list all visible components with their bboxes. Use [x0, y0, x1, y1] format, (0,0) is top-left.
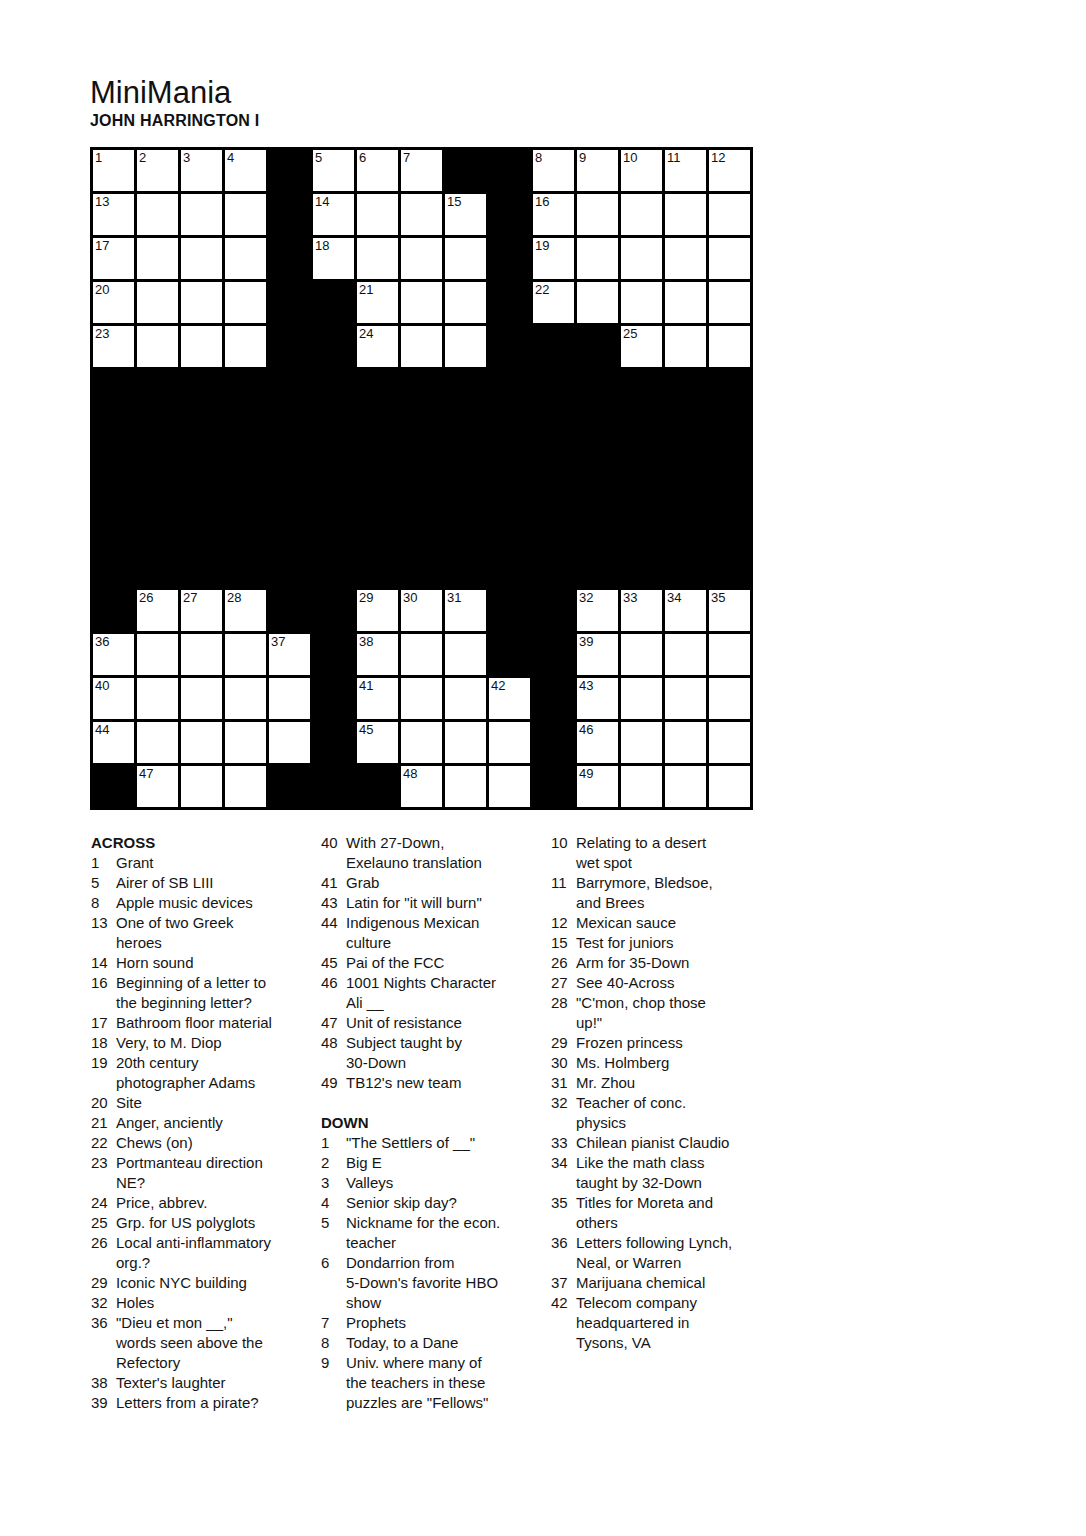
clue-number: 12 [551, 913, 568, 933]
grid-cell-black [93, 546, 134, 587]
clue-text: Arm for 35-Down [576, 954, 689, 971]
grid-cell[interactable]: 30 [401, 590, 442, 631]
grid-cell[interactable] [621, 634, 662, 675]
cell-number: 27 [183, 590, 197, 605]
clue-text: Teacher of conc. physics [576, 1094, 686, 1131]
clue-down-28: 28"C'mon, chop those up!" [551, 993, 763, 1033]
cell-number: 1 [95, 150, 102, 165]
grid-cell-black [489, 634, 530, 675]
grid-cell[interactable] [401, 678, 442, 719]
clue-text: Indigenous Mexican culture [346, 914, 479, 951]
clue-number: 26 [91, 1233, 108, 1253]
clue-number: 20 [91, 1093, 108, 1113]
clue-text: One of two Greek heroes [116, 914, 234, 951]
clue-down-5: 5Nickname for the econ. teacher [321, 1213, 519, 1253]
clue-down-32: 32Teacher of conc. physics [551, 1093, 763, 1133]
grid-cell[interactable]: 18 [313, 238, 354, 279]
grid-cell-black [269, 502, 310, 543]
grid-cell[interactable] [445, 326, 486, 367]
cell-number: 47 [139, 766, 153, 781]
grid-cell-black [445, 414, 486, 455]
grid-cell-black [709, 370, 750, 411]
grid-cell-black [357, 458, 398, 499]
grid-cell-black [269, 414, 310, 455]
grid-cell[interactable] [621, 678, 662, 719]
grid-cell[interactable] [621, 238, 662, 279]
clue-down-4: 4Senior skip day? [321, 1193, 519, 1213]
grid-cell-black [401, 458, 442, 499]
grid-cell[interactable] [665, 194, 706, 235]
clue-number: 1 [91, 853, 99, 873]
cell-number: 22 [535, 282, 549, 297]
grid-cell[interactable]: 22 [533, 282, 574, 323]
grid-cell-black [357, 414, 398, 455]
grid-cell[interactable]: 8 [533, 150, 574, 191]
grid-cell[interactable]: 23 [93, 326, 134, 367]
clue-across-39: 39Letters from a pirate? [91, 1393, 309, 1413]
clue-down-35: 35Titles for Moreta and others [551, 1193, 763, 1233]
grid-cell-black [357, 502, 398, 543]
grid-cell-black [577, 370, 618, 411]
clue-text: Airer of SB LIII [116, 874, 214, 891]
grid-cell[interactable] [181, 326, 222, 367]
grid-cell-black [665, 458, 706, 499]
grid-cell[interactable]: 24 [357, 326, 398, 367]
grid-cell-black [269, 590, 310, 631]
grid-cell-black [489, 238, 530, 279]
clue-across-17: 17Bathroom floor material [91, 1013, 309, 1033]
clue-number: 3 [321, 1173, 329, 1193]
grid-cell-black [665, 502, 706, 543]
grid-cell-black [137, 502, 178, 543]
across-clue-list-continued: 40With 27-Down, Exelauno translation41Gr… [321, 833, 519, 1093]
grid-cell-black [489, 150, 530, 191]
grid-cell-black [533, 546, 574, 587]
clue-number: 21 [91, 1113, 108, 1133]
grid-cell-black [445, 502, 486, 543]
clue-number: 24 [91, 1193, 108, 1213]
grid-cell[interactable]: 16 [533, 194, 574, 235]
grid-cell[interactable] [401, 194, 442, 235]
grid-cell[interactable] [665, 326, 706, 367]
clue-down-34: 34Like the math class taught by 32-Down [551, 1153, 763, 1193]
grid-cell[interactable] [577, 282, 618, 323]
cell-number: 41 [359, 678, 373, 693]
grid-cell[interactable] [181, 678, 222, 719]
grid-cell[interactable] [401, 238, 442, 279]
cell-number: 32 [579, 590, 593, 605]
clue-down-36: 36Letters following Lynch, Neal, or Warr… [551, 1233, 763, 1273]
grid-cell[interactable]: 46 [577, 722, 618, 763]
clue-number: 32 [91, 1293, 108, 1313]
clue-across-47: 47Unit of resistance [321, 1013, 519, 1033]
clue-number: 29 [551, 1033, 568, 1053]
grid-cell-black [709, 502, 750, 543]
grid-cell[interactable] [225, 282, 266, 323]
grid-cell[interactable]: 35 [709, 590, 750, 631]
cell-number: 7 [403, 150, 410, 165]
grid-cell[interactable]: 14 [313, 194, 354, 235]
grid-cell[interactable]: 28 [225, 590, 266, 631]
grid-cell[interactable] [665, 634, 706, 675]
clue-text: Site [116, 1094, 142, 1111]
grid-cell[interactable] [401, 326, 442, 367]
grid-cell-black [313, 282, 354, 323]
clue-across-48: 48Subject taught by 30-Down [321, 1033, 519, 1073]
grid-cell[interactable] [269, 722, 310, 763]
cell-number: 31 [447, 590, 461, 605]
grid-cell[interactable] [137, 634, 178, 675]
grid-cell[interactable] [181, 766, 222, 807]
grid-cell-black [313, 414, 354, 455]
clue-number: 37 [551, 1273, 568, 1293]
clue-across-18: 18Very, to M. Diop [91, 1033, 309, 1053]
grid-cell[interactable] [445, 722, 486, 763]
grid-cell[interactable] [137, 722, 178, 763]
grid-cell-black [709, 546, 750, 587]
grid-cell[interactable] [709, 282, 750, 323]
clue-text: Univ. where many of the teachers in thes… [346, 1354, 488, 1411]
grid-cell-black [489, 590, 530, 631]
clue-text: TB12's new team [346, 1074, 461, 1091]
clue-number: 44 [321, 913, 338, 933]
clue-across-29: 29Iconic NYC building [91, 1273, 309, 1293]
grid-cell[interactable] [621, 282, 662, 323]
cell-number: 9 [579, 150, 586, 165]
grid-cell[interactable] [137, 326, 178, 367]
grid-cell[interactable] [269, 678, 310, 719]
cell-number: 2 [139, 150, 146, 165]
grid-cell-black [93, 766, 134, 807]
clue-text: Subject taught by 30-Down [346, 1034, 462, 1071]
clue-text: Bathroom floor material [116, 1014, 272, 1031]
cell-number: 33 [623, 590, 637, 605]
grid-cell-black [269, 546, 310, 587]
grid-cell[interactable]: 33 [621, 590, 662, 631]
grid-cell[interactable] [489, 722, 530, 763]
clue-text: Big E [346, 1154, 382, 1171]
clue-down-31: 31Mr. Zhou [551, 1073, 763, 1093]
clue-text: Very, to M. Diop [116, 1034, 222, 1051]
cell-number: 34 [667, 590, 681, 605]
clue-number: 31 [551, 1073, 568, 1093]
grid-cell[interactable] [225, 634, 266, 675]
clue-across-25: 25Grp. for US polyglots [91, 1213, 309, 1233]
clue-column-3: 10Relating to a desert wet spot11Barrymo… [551, 833, 763, 1353]
grid-cell[interactable]: 34 [665, 590, 706, 631]
grid-cell-black [533, 590, 574, 631]
grid-cell[interactable] [709, 678, 750, 719]
grid-cell[interactable]: 7 [401, 150, 442, 191]
grid-cell-black [357, 546, 398, 587]
cell-number: 37 [271, 634, 285, 649]
grid-cell-black [357, 766, 398, 807]
grid-cell[interactable] [709, 194, 750, 235]
clue-down-30: 30Ms. Holmberg [551, 1053, 763, 1073]
clue-across-20: 20Site [91, 1093, 309, 1113]
grid-cell[interactable]: 20 [93, 282, 134, 323]
cell-number: 48 [403, 766, 417, 781]
grid-cell[interactable]: 25 [621, 326, 662, 367]
grid-cell-black [577, 546, 618, 587]
clue-text: Frozen princess [576, 1034, 683, 1051]
clue-text: Mexican sauce [576, 914, 676, 931]
grid-cell[interactable] [577, 238, 618, 279]
cell-number: 16 [535, 194, 549, 209]
grid-cell[interactable]: 12 [709, 150, 750, 191]
across-header: ACROSS [91, 833, 309, 853]
grid-cell-black [269, 370, 310, 411]
grid-cell[interactable]: 3 [181, 150, 222, 191]
grid-cell[interactable] [665, 282, 706, 323]
grid-cell[interactable] [357, 238, 398, 279]
grid-cell[interactable] [621, 722, 662, 763]
cell-number: 14 [315, 194, 329, 209]
grid-cell[interactable] [445, 282, 486, 323]
grid-cell-black [401, 502, 442, 543]
cell-number: 43 [579, 678, 593, 693]
grid-cell[interactable]: 38 [357, 634, 398, 675]
grid-cell-black [401, 546, 442, 587]
clue-text: Grp. for US polyglots [116, 1214, 255, 1231]
clue-text: Telecom company headquartered in Tysons,… [576, 1294, 697, 1351]
grid-cell[interactable] [709, 634, 750, 675]
grid-cell-black [621, 502, 662, 543]
grid-cell[interactable] [577, 194, 618, 235]
grid-cell[interactable]: 2 [137, 150, 178, 191]
cell-number: 46 [579, 722, 593, 737]
clue-text: "C'mon, chop those up!" [576, 994, 706, 1031]
grid-cell[interactable]: 1 [93, 150, 134, 191]
grid-cell-black [577, 326, 618, 367]
grid-cell[interactable]: 40 [93, 678, 134, 719]
clue-text: "Dieu et mon __," words seen above the R… [116, 1314, 263, 1371]
grid-cell[interactable] [225, 722, 266, 763]
grid-cell[interactable]: 10 [621, 150, 662, 191]
grid-cell[interactable] [401, 634, 442, 675]
grid-cell-black [533, 722, 574, 763]
grid-cell[interactable]: 9 [577, 150, 618, 191]
clue-number: 22 [91, 1133, 108, 1153]
clue-down-3: 3Valleys [321, 1173, 519, 1193]
grid-cell[interactable] [181, 282, 222, 323]
grid-cell[interactable]: 42 [489, 678, 530, 719]
grid-cell-black [313, 722, 354, 763]
grid-cell[interactable]: 43 [577, 678, 618, 719]
crossword-page: { "page": { "title": "MiniMania", "bylin… [0, 0, 1086, 1536]
grid-cell[interactable] [665, 678, 706, 719]
grid-cell-black [489, 546, 530, 587]
clue-number: 42 [551, 1293, 568, 1313]
grid-cell[interactable]: 37 [269, 634, 310, 675]
grid-cell[interactable] [137, 238, 178, 279]
grid-cell[interactable] [225, 678, 266, 719]
grid-cell[interactable] [225, 766, 266, 807]
clue-text: Holes [116, 1294, 154, 1311]
grid-cell[interactable] [225, 238, 266, 279]
grid-cell[interactable] [665, 722, 706, 763]
grid-cell[interactable]: 5 [313, 150, 354, 191]
cell-number: 45 [359, 722, 373, 737]
grid-cell[interactable] [709, 766, 750, 807]
clue-across-32: 32Holes [91, 1293, 309, 1313]
clue-number: 5 [321, 1213, 329, 1233]
clue-number: 41 [321, 873, 338, 893]
grid-cell[interactable]: 48 [401, 766, 442, 807]
grid-cell-black [225, 370, 266, 411]
grid-cell[interactable] [181, 634, 222, 675]
clue-text: Beginning of a letter to the beginning l… [116, 974, 266, 1011]
clue-across-24: 24Price, abbrev. [91, 1193, 309, 1213]
grid-cell[interactable] [445, 678, 486, 719]
cell-number: 29 [359, 590, 373, 605]
clue-text: 1001 Nights Character Ali __ [346, 974, 496, 1011]
grid-cell[interactable] [665, 766, 706, 807]
clue-text: Grant [116, 854, 154, 871]
grid-cell[interactable] [401, 722, 442, 763]
clue-across-14: 14Horn sound [91, 953, 309, 973]
cell-number: 36 [95, 634, 109, 649]
grid-cell[interactable]: 11 [665, 150, 706, 191]
clue-across-43: 43Latin for "it will burn" [321, 893, 519, 913]
grid-cell[interactable] [401, 282, 442, 323]
clue-number: 34 [551, 1153, 568, 1173]
grid-cell-black [401, 370, 442, 411]
grid-cell-black [445, 150, 486, 191]
grid-cell[interactable]: 31 [445, 590, 486, 631]
puzzle-title: MiniMania [90, 76, 259, 110]
grid-cell[interactable] [137, 678, 178, 719]
clue-text: Unit of resistance [346, 1014, 462, 1031]
grid-cell[interactable] [225, 194, 266, 235]
grid-cell-black [533, 766, 574, 807]
clue-down-42: 42Telecom company headquartered in Tyson… [551, 1293, 763, 1353]
clue-text: 20th century photographer Adams [116, 1054, 255, 1091]
grid-cell[interactable]: 29 [357, 590, 398, 631]
grid-cell-black [313, 370, 354, 411]
grid-cell[interactable] [709, 238, 750, 279]
clue-number: 29 [91, 1273, 108, 1293]
grid-cell[interactable]: 45 [357, 722, 398, 763]
grid-cell[interactable]: 4 [225, 150, 266, 191]
grid-cell[interactable] [709, 722, 750, 763]
grid-cell-black [93, 590, 134, 631]
grid-cell[interactable] [709, 326, 750, 367]
grid-cell[interactable]: 17 [93, 238, 134, 279]
grid-cell[interactable]: 19 [533, 238, 574, 279]
puzzle-byline: JOHN HARRINGTON I [90, 112, 259, 130]
grid-cell-black [665, 546, 706, 587]
clue-number: 25 [91, 1213, 108, 1233]
clue-text: Price, abbrev. [116, 1194, 207, 1211]
cell-number: 28 [227, 590, 241, 605]
grid-cell-black [533, 370, 574, 411]
grid-cell[interactable]: 36 [93, 634, 134, 675]
grid-cell-black [313, 458, 354, 499]
grid-cell[interactable] [181, 194, 222, 235]
clue-text: Ms. Holmberg [576, 1054, 669, 1071]
clue-text: Iconic NYC building [116, 1274, 247, 1291]
grid-cell[interactable] [181, 238, 222, 279]
clue-down-8: 8Today, to a Dane [321, 1333, 519, 1353]
grid-cell[interactable]: 47 [137, 766, 178, 807]
clue-text: Pai of the FCC [346, 954, 444, 971]
grid-cell[interactable] [137, 194, 178, 235]
grid-cell[interactable] [445, 766, 486, 807]
clue-text: Texter's laughter [116, 1374, 226, 1391]
grid-cell-black [137, 414, 178, 455]
grid-cell[interactable] [621, 194, 662, 235]
clue-number: 27 [551, 973, 568, 993]
grid-cell[interactable]: 41 [357, 678, 398, 719]
grid-cell-black [181, 458, 222, 499]
grid-cell[interactable]: 32 [577, 590, 618, 631]
clue-across-23: 23Portmanteau direction NE? [91, 1153, 309, 1193]
grid-cell-black [709, 414, 750, 455]
grid-cell[interactable]: 13 [93, 194, 134, 235]
grid-cell[interactable] [137, 282, 178, 323]
grid-cell[interactable] [489, 766, 530, 807]
grid-cell-black [181, 546, 222, 587]
grid-cell-black [313, 326, 354, 367]
cell-number: 18 [315, 238, 329, 253]
clue-number: 8 [321, 1333, 329, 1353]
clue-number: 6 [321, 1253, 329, 1273]
clue-across-16: 16Beginning of a letter to the beginning… [91, 973, 309, 1013]
grid-cell[interactable]: 27 [181, 590, 222, 631]
grid-cell[interactable]: 26 [137, 590, 178, 631]
clue-text: Barrymore, Bledsoe, and Brees [576, 874, 713, 911]
clue-text: Relating to a desert wet spot [576, 834, 706, 871]
grid-cell[interactable] [225, 326, 266, 367]
grid-cell-black [665, 370, 706, 411]
grid-cell[interactable]: 21 [357, 282, 398, 323]
grid-cell[interactable] [621, 766, 662, 807]
grid-cell[interactable]: 44 [93, 722, 134, 763]
grid-cell-black [137, 458, 178, 499]
clue-down-33: 33Chilean pianist Claudio [551, 1133, 763, 1153]
clue-across-22: 22Chews (on) [91, 1133, 309, 1153]
grid-cell[interactable]: 6 [357, 150, 398, 191]
grid-cell-black [269, 194, 310, 235]
cell-number: 38 [359, 634, 373, 649]
grid-cell-black [621, 546, 662, 587]
clue-across-46: 461001 Nights Character Ali __ [321, 973, 519, 1013]
grid-cell[interactable] [665, 238, 706, 279]
cell-number: 30 [403, 590, 417, 605]
grid-cell-black [577, 502, 618, 543]
clue-number: 45 [321, 953, 338, 973]
cell-number: 13 [95, 194, 109, 209]
cell-number: 17 [95, 238, 109, 253]
cell-number: 39 [579, 634, 593, 649]
grid-cell[interactable] [445, 634, 486, 675]
grid-cell[interactable] [445, 238, 486, 279]
grid-cell[interactable]: 39 [577, 634, 618, 675]
grid-cell[interactable]: 49 [577, 766, 618, 807]
clue-number: 18 [91, 1033, 108, 1053]
clue-text: "The Settlers of __" [346, 1134, 475, 1151]
grid-cell-black [93, 370, 134, 411]
grid-cell-black [533, 634, 574, 675]
clue-across-38: 38Texter's laughter [91, 1373, 309, 1393]
clue-number: 9 [321, 1353, 329, 1373]
grid-cell[interactable] [181, 722, 222, 763]
grid-cell-black [401, 414, 442, 455]
clue-across-40: 40With 27-Down, Exelauno translation [321, 833, 519, 873]
grid-cell[interactable]: 15 [445, 194, 486, 235]
grid-cell[interactable] [357, 194, 398, 235]
